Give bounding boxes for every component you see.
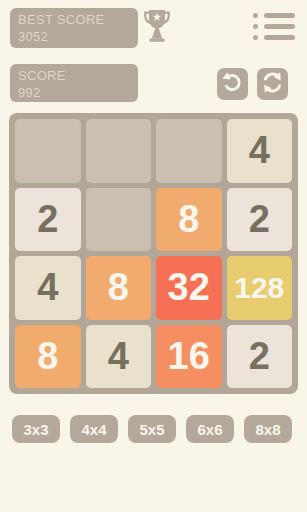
tile-8: 8	[15, 325, 81, 389]
empty-cell	[15, 119, 81, 183]
score-value: 992	[18, 84, 130, 101]
menu-bullet-icon	[253, 13, 258, 18]
undo-icon	[221, 71, 244, 98]
menu-bullet-icon	[253, 35, 258, 40]
menu-row	[253, 35, 296, 40]
score-panel: SCORE 992	[10, 64, 138, 102]
score-label: SCORE	[18, 67, 130, 84]
board-size-selector: 3x3 4x4 5x5 6x6 8x8	[12, 415, 292, 443]
tile-4: 4	[86, 325, 152, 389]
board[interactable]: 4282483212884162	[9, 113, 298, 394]
empty-cell	[86, 119, 152, 183]
size-button-6x6[interactable]: 6x6	[186, 415, 234, 443]
tile-2: 2	[15, 188, 81, 252]
menu-bullet-icon	[253, 24, 258, 29]
size-button-4x4[interactable]: 4x4	[70, 415, 118, 443]
empty-cell	[86, 188, 152, 252]
menu-row	[253, 13, 296, 18]
size-button-8x8[interactable]: 8x8	[244, 415, 292, 443]
menu-line-icon	[264, 24, 295, 29]
tile-128: 128	[227, 256, 293, 320]
tile-32: 32	[156, 256, 222, 320]
menu-list-icon[interactable]	[253, 13, 296, 40]
empty-cell	[156, 119, 222, 183]
size-button-3x3[interactable]: 3x3	[12, 415, 60, 443]
undo-button[interactable]	[217, 68, 248, 100]
tile-8: 8	[86, 256, 152, 320]
tile-4: 4	[227, 119, 293, 183]
restart-button[interactable]	[257, 68, 288, 100]
menu-line-icon	[264, 35, 295, 40]
tile-2: 2	[227, 325, 293, 389]
trophy-icon[interactable]	[142, 8, 172, 46]
tile-8: 8	[156, 188, 222, 252]
restart-icon	[261, 71, 284, 98]
tile-16: 16	[156, 325, 222, 389]
tile-4: 4	[15, 256, 81, 320]
menu-line-icon	[264, 13, 295, 18]
size-button-5x5[interactable]: 5x5	[128, 415, 176, 443]
best-score-label: BEST SCORE	[18, 11, 130, 28]
best-score-panel: BEST SCORE 3052	[10, 8, 138, 48]
menu-row	[253, 24, 296, 29]
tile-2: 2	[227, 188, 293, 252]
best-score-value: 3052	[18, 28, 130, 45]
